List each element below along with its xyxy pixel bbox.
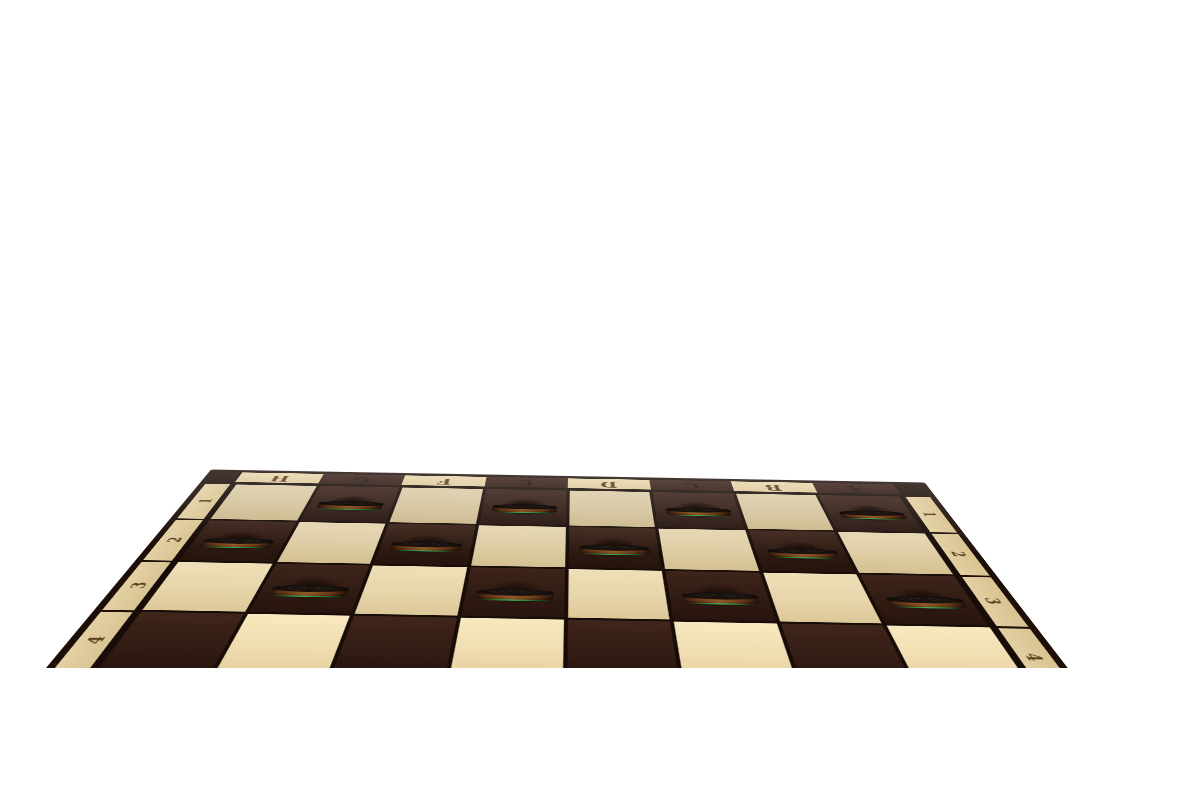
- square-d2[interactable]: [568, 527, 662, 569]
- square-b3[interactable]: [763, 573, 882, 624]
- board-surface: HGFEDCBAHGFEDCBA1122334455667788: [0, 469, 1200, 668]
- file-label-d-text: D: [600, 481, 617, 489]
- checkers-board: HGFEDCBAHGFEDCBA1122334455667788: [0, 469, 1200, 668]
- board-photo: HGFEDCBAHGFEDCBA1122334455667788: [0, 0, 1200, 668]
- file-label-b-text: B: [764, 484, 784, 492]
- square-g2[interactable]: [277, 522, 386, 564]
- rank-label-right-2-text: 2: [947, 551, 968, 557]
- frame-line: [0, 470, 244, 668]
- square-f4[interactable]: [332, 616, 457, 668]
- rank-label-right-1: 1: [901, 495, 957, 532]
- square-f1[interactable]: [390, 487, 483, 523]
- file-label-a-text: A: [846, 485, 866, 493]
- rank-label-left-3: 3: [102, 560, 175, 610]
- square-h1[interactable]: [211, 484, 317, 520]
- frame-line: [200, 481, 935, 496]
- file-label-e-text: E: [519, 479, 535, 487]
- square-f3[interactable]: [355, 566, 467, 616]
- file-label-c-text: C: [683, 482, 700, 490]
- rank-label-left-1: 1: [177, 483, 234, 519]
- file-label-c: C: [649, 480, 734, 492]
- rank-label-right-3-text: 3: [980, 597, 1004, 604]
- rank-label-right-4-text: 4: [1020, 653, 1047, 661]
- distance-haze: [147, 469, 986, 561]
- rank-label-right-1-text: 1: [919, 511, 939, 516]
- square-c4[interactable]: [674, 622, 796, 668]
- square-b4[interactable]: [780, 623, 913, 668]
- file-label-g-text: G: [352, 476, 372, 484]
- square-c3[interactable]: [666, 571, 776, 621]
- rank-label-left-3-text: 3: [128, 582, 152, 589]
- rank-label-left-4-text: 4: [83, 636, 110, 644]
- file-label-h: H: [234, 472, 324, 484]
- square-c2[interactable]: [659, 528, 759, 571]
- file-label-g: G: [318, 474, 406, 486]
- square-a2[interactable]: [838, 532, 953, 575]
- coordinate-border: HGFEDCBAHGFEDCBA1122334455667788: [211, 469, 925, 482]
- square-d1[interactable]: [569, 491, 655, 527]
- square-a3[interactable]: [861, 575, 989, 626]
- square-b2[interactable]: [748, 530, 856, 573]
- file-label-b: B: [731, 481, 818, 494]
- square-d4[interactable]: [566, 620, 679, 668]
- square-d3[interactable]: [567, 569, 669, 619]
- file-label-f-text: F: [436, 478, 452, 486]
- rank-label-left-2-text: 2: [165, 537, 187, 543]
- frame-line: [892, 482, 1200, 668]
- square-g3[interactable]: [249, 564, 370, 614]
- rank-label-left-1-text: 1: [196, 498, 216, 503]
- square-a4[interactable]: [887, 625, 1030, 668]
- square-g4[interactable]: [215, 614, 350, 668]
- square-e1[interactable]: [479, 489, 566, 525]
- square-e2[interactable]: [471, 525, 565, 567]
- rank-label-left-2: 2: [143, 518, 207, 560]
- rank-label-right-4: 4: [993, 626, 1075, 668]
- file-label-e: E: [484, 477, 568, 489]
- square-f2[interactable]: [374, 523, 476, 565]
- file-label-d: D: [568, 478, 651, 490]
- square-g1[interactable]: [300, 486, 400, 522]
- square-c1[interactable]: [653, 492, 745, 528]
- square-e4[interactable]: [449, 618, 563, 668]
- square-h2[interactable]: [180, 520, 297, 562]
- square-e3[interactable]: [461, 567, 564, 617]
- square-b1[interactable]: [736, 494, 834, 531]
- square-h4[interactable]: [98, 612, 244, 668]
- rank-label-right-2: 2: [927, 532, 990, 576]
- file-label-f: F: [401, 475, 487, 487]
- camera-tilt: HGFEDCBAHGFEDCBA1122334455667788: [0, 0, 1200, 668]
- rank-label-left-4: 4: [53, 610, 138, 668]
- square-h3[interactable]: [143, 562, 273, 612]
- square-a1[interactable]: [819, 495, 924, 532]
- rank-label-right-3: 3: [957, 575, 1028, 627]
- file-label-a: A: [812, 483, 901, 496]
- board-grid: [0, 483, 1200, 668]
- file-label-h-text: H: [268, 475, 291, 483]
